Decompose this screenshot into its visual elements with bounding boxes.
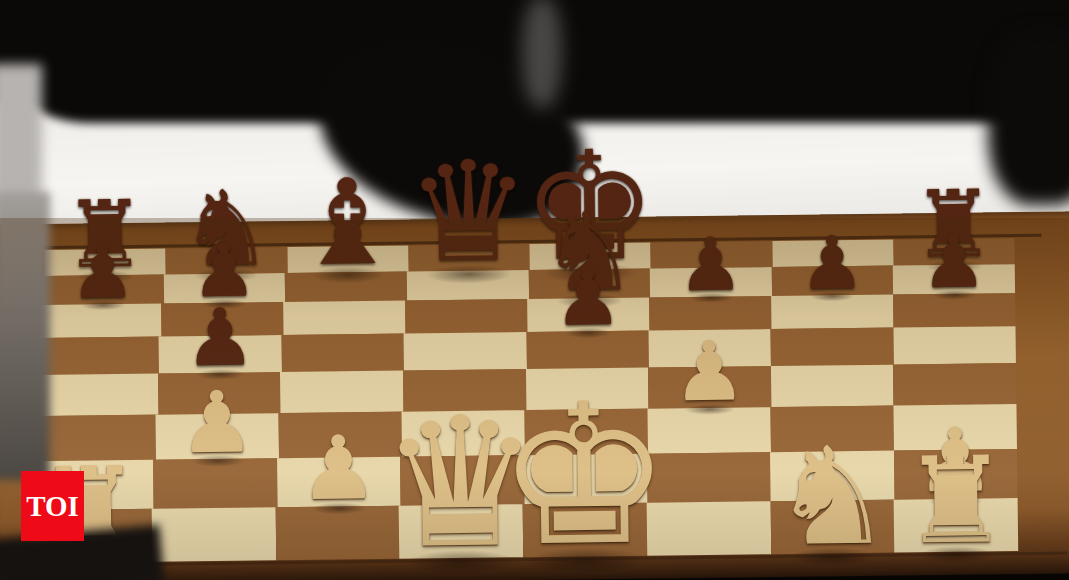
piece-white-pawn-b3[interactable]: ♟ xyxy=(178,379,255,465)
piece-black-pawn-g7[interactable]: ♟ xyxy=(799,226,865,300)
pawn-glyph: ♟ xyxy=(69,235,135,309)
piece-black-queen-d8[interactable]: ♛ xyxy=(406,143,531,283)
rook-glyph: ♜ xyxy=(902,441,1010,561)
square-c6[interactable] xyxy=(283,301,405,335)
piece-black-pawn-b5[interactable]: ♟ xyxy=(184,298,256,378)
pawn-glyph: ♟ xyxy=(921,224,987,298)
queen-glyph: ♛ xyxy=(406,143,531,283)
square-a4[interactable] xyxy=(35,374,158,416)
piece-black-pawn-h7[interactable]: ♟ xyxy=(921,224,987,298)
photo-stage: ♜♞♝♛♚♜♟♟♞♟♟♟♟♟♟♟♟♟♜♛♚♞♜ TOI xyxy=(0,0,1069,580)
blurred-left-edge xyxy=(0,192,50,480)
pawn-glyph: ♟ xyxy=(677,227,743,301)
square-a5[interactable] xyxy=(37,337,160,375)
toi-logo-text: TOI xyxy=(26,490,79,523)
pawn-glyph: ♟ xyxy=(184,298,256,378)
piece-black-pawn-a7[interactable]: ♟ xyxy=(69,235,135,309)
pawn-glyph: ♟ xyxy=(299,424,379,513)
piece-white-pawn-c2[interactable]: ♟ xyxy=(299,424,379,513)
square-b1[interactable] xyxy=(151,507,275,562)
piece-black-bishop-c8[interactable]: ♝ xyxy=(294,163,401,282)
piece-black-pawn-e6[interactable]: ♟ xyxy=(554,260,623,337)
bishop-glyph: ♝ xyxy=(294,163,401,282)
king-glyph: ♚ xyxy=(496,377,672,573)
square-d6[interactable] xyxy=(405,299,527,333)
square-g5[interactable] xyxy=(771,328,894,366)
piece-white-knight-g1[interactable]: ♞ xyxy=(771,429,894,565)
toi-watermark-logo: TOI xyxy=(21,471,84,541)
square-h5[interactable] xyxy=(893,326,1016,364)
piece-white-pawn-f4[interactable]: ♟ xyxy=(672,330,747,413)
pawn-glyph: ♟ xyxy=(178,379,255,465)
chessboard-scene: ♜♞♝♛♚♜♟♟♞♟♟♟♟♟♟♟♟♟♜♛♚♞♜ xyxy=(0,0,1069,580)
square-h4[interactable] xyxy=(893,363,1016,405)
knight-glyph: ♞ xyxy=(771,429,894,565)
piece-black-pawn-f7[interactable]: ♟ xyxy=(677,227,743,301)
piece-white-king-e1[interactable]: ♚ xyxy=(496,377,672,573)
square-g4[interactable] xyxy=(771,365,894,407)
square-c5[interactable] xyxy=(281,334,404,372)
pawn-glyph: ♟ xyxy=(799,226,865,300)
pawn-glyph: ♟ xyxy=(672,330,747,413)
pawn-glyph: ♟ xyxy=(554,260,623,337)
piece-white-rook-h1[interactable]: ♜ xyxy=(902,441,1010,561)
